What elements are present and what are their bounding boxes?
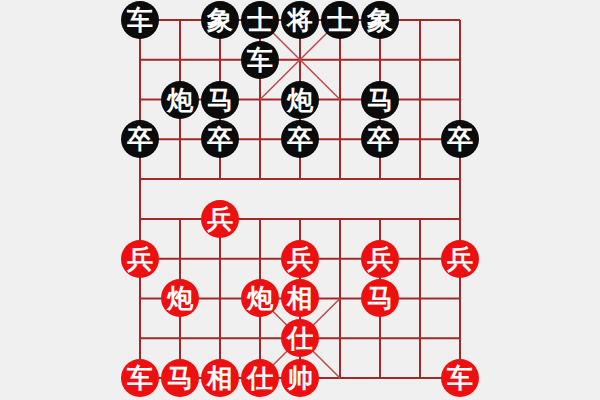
red-advisor[interactable]: 仕: [281, 319, 319, 357]
red-elephant[interactable]: 相: [201, 359, 239, 397]
marker-corner: [223, 262, 234, 273]
marker-corner: [423, 284, 434, 295]
red-soldier[interactable]: 兵: [121, 240, 159, 278]
marker-corner: [406, 103, 417, 114]
black-general[interactable]: 将: [281, 1, 319, 39]
red-soldier[interactable]: 兵: [361, 240, 399, 278]
black-advisor[interactable]: 士: [241, 1, 279, 39]
marker-corner: [406, 284, 417, 295]
red-advisor[interactable]: 仕: [241, 359, 279, 397]
black-horse[interactable]: 马: [201, 81, 239, 119]
black-soldier[interactable]: 卒: [361, 120, 399, 158]
black-chariot[interactable]: 车: [121, 1, 159, 39]
marker-corner: [406, 301, 417, 312]
red-soldier[interactable]: 兵: [281, 240, 319, 278]
black-horse[interactable]: 马: [361, 81, 399, 119]
last-move-marker: [406, 284, 434, 312]
red-soldier[interactable]: 兵: [441, 240, 479, 278]
marker-corner: [423, 301, 434, 312]
black-soldier[interactable]: 卒: [441, 120, 479, 158]
marker-corner: [223, 245, 234, 256]
xiangqi-board[interactable]: 车象士将士象车炮马炮马卒卒卒卒卒兵兵兵兵兵炮炮相马仕车马相仕帅车: [0, 0, 600, 400]
black-cannon[interactable]: 炮: [281, 81, 319, 119]
black-elephant[interactable]: 象: [201, 1, 239, 39]
last-move-marker: [406, 86, 434, 114]
black-soldier[interactable]: 卒: [201, 120, 239, 158]
marker-corner: [423, 86, 434, 97]
black-cannon[interactable]: 炮: [161, 81, 199, 119]
black-chariot[interactable]: 车: [241, 41, 279, 79]
marker-corner: [423, 103, 434, 114]
black-elephant[interactable]: 象: [361, 1, 399, 39]
marker-corner: [206, 245, 217, 256]
red-horse[interactable]: 马: [361, 279, 399, 317]
red-cannon[interactable]: 炮: [161, 279, 199, 317]
red-general[interactable]: 帅: [281, 359, 319, 397]
red-elephant[interactable]: 相: [281, 279, 319, 317]
red-soldier[interactable]: 兵: [201, 200, 239, 238]
marker-corner: [206, 262, 217, 273]
red-horse[interactable]: 马: [161, 359, 199, 397]
black-advisor[interactable]: 士: [321, 1, 359, 39]
xiangqi-app: 车象士将士象车炮马炮马卒卒卒卒卒兵兵兵兵兵炮炮相马仕车马相仕帅车: [0, 0, 600, 400]
marker-corner: [406, 86, 417, 97]
black-soldier[interactable]: 卒: [281, 120, 319, 158]
red-cannon[interactable]: 炮: [241, 279, 279, 317]
red-chariot[interactable]: 车: [441, 359, 479, 397]
red-chariot[interactable]: 车: [121, 359, 159, 397]
last-move-marker: [206, 245, 234, 273]
black-soldier[interactable]: 卒: [121, 120, 159, 158]
